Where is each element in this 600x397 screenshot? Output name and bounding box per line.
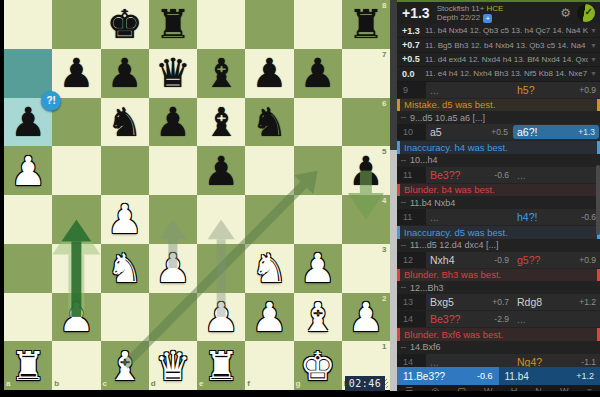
pv-eval: +0.7 xyxy=(402,40,425,50)
engine-info: Stockfish 11+ HCE Depth 22/22+ xyxy=(437,4,559,23)
wiki-icon[interactable]: W xyxy=(560,386,569,391)
variation-line[interactable]: 11...d5 12.d4 dxc4 [...] xyxy=(397,239,600,252)
move-san: Bxg5 xyxy=(430,296,454,308)
pv-row[interactable]: +0.711. Bg5 Bh3 12. b4 Nxb4 13. Qb3 c5 1… xyxy=(397,38,600,52)
retry-bad-eval: -0.6 xyxy=(477,371,493,381)
move-san: ... xyxy=(517,169,526,181)
move-eval: +1.3 xyxy=(574,127,595,137)
notation-icon[interactable]: N xyxy=(535,386,542,391)
retry-best-eval: +1.2 xyxy=(576,371,594,381)
black-knight-c6[interactable]: ♞ xyxy=(101,98,149,147)
collapse-icon[interactable]: ▼ xyxy=(590,42,597,49)
analysis-toolbar: ☰◎▢WHNW≡ xyxy=(397,385,600,391)
square-b3[interactable] xyxy=(52,244,100,293)
move-eval: -0.6 xyxy=(490,170,509,180)
square-c2[interactable] xyxy=(101,293,149,342)
helm-icon[interactable]: H xyxy=(511,386,518,391)
square-f4[interactable] xyxy=(245,195,293,244)
square-d5[interactable] xyxy=(149,146,197,195)
white-pawn-g3[interactable]: ♟ xyxy=(294,244,342,293)
white-pawn-f2[interactable]: ♟ xyxy=(245,293,293,342)
black-pawn-c7[interactable]: ♟ xyxy=(101,49,149,98)
black-bishop-e7[interactable]: ♝ xyxy=(197,49,245,98)
variation-line[interactable]: 10...h4 xyxy=(397,154,600,167)
cloud-badge: + xyxy=(483,14,492,23)
square-f5[interactable] xyxy=(245,146,293,195)
eval-gauge xyxy=(390,0,397,391)
engine-name: Stockfish 11+ xyxy=(437,4,485,13)
retry-bar: 11.Be3?? -0.6 11.b4 +1.2 xyxy=(397,367,600,385)
move-eval: +0.9 xyxy=(575,255,596,265)
move-row: 11Be3??-0.6... xyxy=(397,167,600,184)
square-h3[interactable] xyxy=(342,244,390,293)
black-rook-d8[interactable]: ♜ xyxy=(149,0,197,49)
engine-eval: +1.3 xyxy=(402,5,430,21)
square-a7[interactable] xyxy=(4,49,52,98)
scrollbar-thumb[interactable] xyxy=(596,165,600,235)
pv-row[interactable]: 0.011. e4 h4 12. Nxh4 Bh3 13. Nf5 Kb8 14… xyxy=(397,67,600,81)
move-san: Rdg8 xyxy=(517,296,542,308)
engine-variant-tag: HCE xyxy=(487,4,504,13)
move-number: 11 xyxy=(397,167,426,183)
move-cell[interactable]: g5??+0.9 xyxy=(513,254,600,266)
variation-line[interactable]: 9...d5 10.a5 a6 [...] xyxy=(397,111,600,124)
move-row: 13Bxg5+0.7Rdg8+1.2 xyxy=(397,294,600,311)
move-glyph-badge: ?! xyxy=(41,91,61,111)
white-pawn-d3[interactable]: ♟ xyxy=(149,244,197,293)
pv-eval: 0.0 xyxy=(402,69,425,79)
move-san: ... xyxy=(430,356,439,368)
move-san: Be3?? xyxy=(430,169,460,181)
move-cell[interactable]: ... xyxy=(513,313,600,325)
collapse-icon[interactable]: ▼ xyxy=(590,27,597,34)
pv-moves: 11. e4 h4 12. Nxh4 Bh3 13. Nf5 Kb8 14. N… xyxy=(425,69,588,78)
move-list: 9...h5?+0.9Mistake. d5 was best.9...d5 1… xyxy=(397,82,600,384)
move-number: 11 xyxy=(397,209,426,225)
pv-moves: 11. d4 exd4 12. Nxd4 h4 13. Bf4 Nxd4 14.… xyxy=(425,55,588,64)
square-d4[interactable] xyxy=(149,195,197,244)
move-san: Nxh4 xyxy=(430,254,455,266)
move-san: Ng4? xyxy=(517,356,542,368)
move-number: 9 xyxy=(397,82,426,98)
square-f8[interactable] xyxy=(245,0,293,49)
engine-depth: Depth 22/22 xyxy=(437,13,481,22)
square-g8[interactable] xyxy=(294,0,342,49)
square-c5[interactable] xyxy=(101,146,149,195)
white-rook-a1[interactable]: ♜ xyxy=(4,341,52,390)
black-pawn-b7[interactable]: ♟ xyxy=(52,49,100,98)
move-row: 11...h4?!-0.6 xyxy=(397,209,600,226)
move-cell[interactable]: ... xyxy=(426,84,513,96)
square-g5[interactable] xyxy=(294,146,342,195)
engine-header: +1.3 Stockfish 11+ HCE Depth 22/22+ ⚙ ✓ xyxy=(397,0,600,24)
eval-gauge-black-share xyxy=(390,0,397,150)
board-editor-icon[interactable]: ▢ xyxy=(457,386,466,391)
square-g6[interactable] xyxy=(294,98,342,147)
move-cell[interactable]: Be3??-0.6 xyxy=(426,169,513,181)
move-cell[interactable]: h4?!-0.6 xyxy=(513,211,600,223)
pv-moves: 11. Bg5 Bh3 12. b4 Nxb4 13. Qb3 c5 14. N… xyxy=(425,41,588,50)
clock: 02:46 xyxy=(345,376,385,391)
move-cell[interactable]: a6?!+1.3 xyxy=(513,125,599,139)
move-eval: +0.9 xyxy=(575,85,596,95)
move-san: h4?! xyxy=(517,211,537,223)
variation-line[interactable]: 12...Bh3 xyxy=(397,281,600,294)
square-f1[interactable] xyxy=(245,341,293,390)
move-cell[interactable]: ... xyxy=(513,169,600,181)
black-pawn-h5[interactable]: ♟ xyxy=(342,146,390,195)
white-pawn-e2[interactable]: ♟ xyxy=(197,293,245,342)
judgment-comment: Blunder. b4 was best. xyxy=(397,184,600,197)
pv-row[interactable]: +0.511. d4 exd4 12. Nxd4 h4 13. Bf4 Nxd4… xyxy=(397,53,600,67)
retry-best-move[interactable]: 11.b4 +1.2 xyxy=(499,367,600,385)
judgment-comment: Blunder. Bxf6 was best. xyxy=(397,328,600,341)
move-cell[interactable]: Be3??-2.9 xyxy=(426,313,513,325)
move-cell[interactable]: ... xyxy=(426,356,513,368)
analysis-panel: +1.3 Stockfish 11+ HCE Depth 22/22+ ⚙ ✓ … xyxy=(397,0,600,391)
square-a8[interactable] xyxy=(4,0,52,49)
square-e3[interactable] xyxy=(197,244,245,293)
black-pawn-f7[interactable]: ♟ xyxy=(245,49,293,98)
pv-row[interactable]: +1.311. b4 Nxb4 12. Qb3 c5 13. h4 Qc7 14… xyxy=(397,24,600,38)
move-eval: -1.1 xyxy=(577,357,596,367)
square-h6[interactable] xyxy=(342,98,390,147)
square-a4[interactable] xyxy=(4,195,52,244)
black-pawn-e5[interactable]: ♟ xyxy=(197,146,245,195)
judgment-comment: Inaccuracy. d5 was best. xyxy=(397,226,600,239)
move-row: 9...h5?+0.9 xyxy=(397,82,600,99)
move-eval: +0.5 xyxy=(487,127,508,137)
square-a3[interactable] xyxy=(4,244,52,293)
square-g4[interactable] xyxy=(294,195,342,244)
gear-icon[interactable]: ⚙ xyxy=(560,6,571,20)
flip-board-icon[interactable]: ◎ xyxy=(431,386,439,391)
white-pawn-h2[interactable]: ♟ xyxy=(342,293,390,342)
list-icon[interactable]: ≡ xyxy=(587,386,592,391)
square-b4[interactable] xyxy=(52,195,100,244)
black-pawn-g7[interactable]: ♟ xyxy=(294,49,342,98)
move-san: Be3?? xyxy=(430,313,460,325)
move-cell[interactable]: Bxg5+0.7 xyxy=(426,296,513,308)
check-icon: ✓ xyxy=(585,6,593,17)
move-number: 14 xyxy=(397,311,426,327)
chess-board[interactable]: ♚♜♜♟♟♛♝♟♟♟♞♟♝♞♟♟♟♟♞♟♞♟♟♟♟♝♟♜♝♛♜♚ abcdefg… xyxy=(4,0,390,390)
move-number: 10 xyxy=(397,124,426,140)
move-cell[interactable]: Ng4?-1.1 xyxy=(513,356,600,368)
square-e8[interactable] xyxy=(197,0,245,49)
square-b8[interactable] xyxy=(52,0,100,49)
square-b1[interactable] xyxy=(52,341,100,390)
move-cell[interactable]: Nxh4-0.9 xyxy=(426,254,513,266)
move-cell[interactable]: Rdg8+1.2 xyxy=(513,296,600,308)
square-h7[interactable] xyxy=(342,49,390,98)
move-eval: -2.9 xyxy=(490,314,509,324)
move-row: 10a5+0.5a6?!+1.3 xyxy=(397,124,600,141)
move-row: 14Be3??-2.9... xyxy=(397,311,600,328)
pv-moves: 11. b4 Nxb4 12. Qb3 c5 13. h4 Qc7 14. Na… xyxy=(425,26,588,35)
black-bishop-e6[interactable]: ♝ xyxy=(197,98,245,147)
judgment-comment: Mistake. d5 was best. xyxy=(397,99,600,112)
square-h4[interactable] xyxy=(342,195,390,244)
move-san: a6?! xyxy=(517,126,537,138)
white-king-g1[interactable]: ♚ xyxy=(294,341,342,390)
white-pawn-b2[interactable]: ♟ xyxy=(52,293,100,342)
retry-bad-san: 11.Be3?? xyxy=(403,371,445,382)
square-b5[interactable] xyxy=(52,146,100,195)
move-row: 12Nxh4-0.9g5??+0.9 xyxy=(397,252,600,269)
variation-line[interactable]: 11.b4 Nxb4 xyxy=(397,196,600,209)
white-queen-d1[interactable]: ♛ xyxy=(149,341,197,390)
pv-eval: +0.5 xyxy=(402,54,425,64)
white-knight-f3[interactable]: ♞ xyxy=(245,244,293,293)
move-cell[interactable]: ... xyxy=(426,211,513,223)
white-bishop-c1[interactable]: ♝ xyxy=(101,341,149,390)
white-bishop-g2[interactable]: ♝ xyxy=(294,293,342,342)
move-eval: -0.6 xyxy=(577,212,596,222)
move-san: ... xyxy=(517,313,526,325)
move-cell[interactable]: h5?+0.9 xyxy=(513,84,600,96)
black-rook-h8[interactable]: ♜ xyxy=(342,0,390,49)
move-san: g5?? xyxy=(517,254,540,266)
black-king-c8[interactable]: ♚ xyxy=(101,0,149,49)
menu-icon[interactable]: ☰ xyxy=(405,386,413,391)
white-knight-c3[interactable]: ♞ xyxy=(101,244,149,293)
square-d2[interactable] xyxy=(149,293,197,342)
white-rook-e1[interactable]: ♜ xyxy=(197,341,245,390)
move-cell[interactable]: a5+0.5 xyxy=(426,126,512,138)
retry-bad-move[interactable]: 11.Be3?? -0.6 xyxy=(397,367,499,385)
move-san: ... xyxy=(430,84,439,96)
engine-toggle[interactable]: ✓ xyxy=(577,4,595,22)
collapse-icon[interactable]: ▼ xyxy=(590,56,597,63)
white-pawn-c4[interactable]: ♟ xyxy=(101,195,149,244)
move-eval: +0.7 xyxy=(488,297,509,307)
black-pawn-d6[interactable]: ♟ xyxy=(149,98,197,147)
move-eval: +1.2 xyxy=(575,297,596,307)
black-queen-d7[interactable]: ♛ xyxy=(149,49,197,98)
move-number: 12 xyxy=(397,252,426,268)
move-san: h5? xyxy=(517,84,535,96)
judgment-comment: Blunder. Bh3 was best. xyxy=(397,269,600,282)
move-eval: -0.9 xyxy=(490,255,509,265)
move-number: 13 xyxy=(397,294,426,310)
pv-eval: +1.3 xyxy=(402,26,425,36)
practice-icon[interactable]: W xyxy=(484,386,493,391)
collapse-icon[interactable]: ▼ xyxy=(590,70,597,77)
square-a2[interactable] xyxy=(4,293,52,342)
engine-pv-list: +1.311. b4 Nxb4 12. Qb3 c5 13. h4 Qc7 14… xyxy=(397,24,600,82)
move-san: ... xyxy=(430,211,439,223)
move-san: a5 xyxy=(430,126,442,138)
white-pawn-a5[interactable]: ♟ xyxy=(4,146,52,195)
black-knight-f6[interactable]: ♞ xyxy=(245,98,293,147)
square-e4[interactable] xyxy=(197,195,245,244)
variation-line[interactable]: 14.Bxf6 xyxy=(397,341,600,354)
retry-best-san: 11.b4 xyxy=(505,371,529,382)
judgment-comment: Inaccuracy. h4 was best. xyxy=(397,141,600,154)
lichess-analysis-app: ♚♜♜♟♟♛♝♟♟♟♞♟♝♞♟♟♟♟♞♟♞♟♟♟♟♝♟♜♝♛♜♚ abcdefg… xyxy=(0,0,600,397)
